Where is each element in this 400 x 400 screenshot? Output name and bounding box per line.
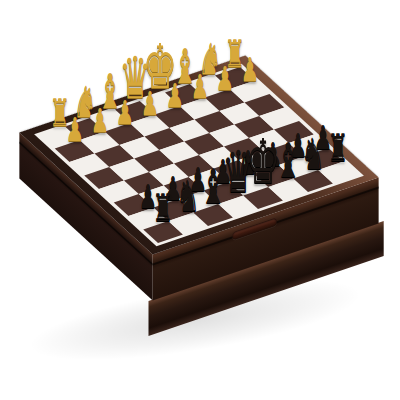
chess-piece-yellow-pawn[interactable]: ♟: [240, 53, 258, 86]
chess-piece-yellow-pawn[interactable]: ♟: [90, 104, 108, 137]
chess-piece-black-rook[interactable]: ♜: [328, 129, 349, 167]
chess-piece-yellow-pawn[interactable]: ♟: [140, 87, 158, 120]
chess-piece-black-bishop[interactable]: ♝: [200, 162, 227, 210]
chess-piece-yellow-pawn[interactable]: ♟: [165, 79, 183, 112]
chess-piece-black-rook[interactable]: ♜: [153, 189, 174, 227]
chess-piece-black-knight[interactable]: ♞: [176, 175, 200, 218]
chess-piece-yellow-pawn[interactable]: ♟: [65, 113, 83, 146]
chess-piece-black-queen[interactable]: ♛: [222, 143, 254, 201]
chess-piece-yellow-pawn[interactable]: ♟: [215, 62, 233, 95]
pieces-layer: ♜♞♝♛♚♝♞♜♟♟♟♟♟♟♟♟♟♟♟♟♟♟♟♟♜♞♝♛♚♝♞♜: [0, 0, 400, 400]
chess-piece-yellow-pawn[interactable]: ♟: [115, 96, 133, 129]
chess-set-photo: ♜♞♝♛♚♝♞♜♟♟♟♟♟♟♟♟♟♟♟♟♟♟♟♟♜♞♝♛♚♝♞♜: [0, 0, 400, 400]
chess-piece-black-knight[interactable]: ♞: [301, 133, 325, 176]
chess-piece-yellow-pawn[interactable]: ♟: [190, 70, 208, 103]
